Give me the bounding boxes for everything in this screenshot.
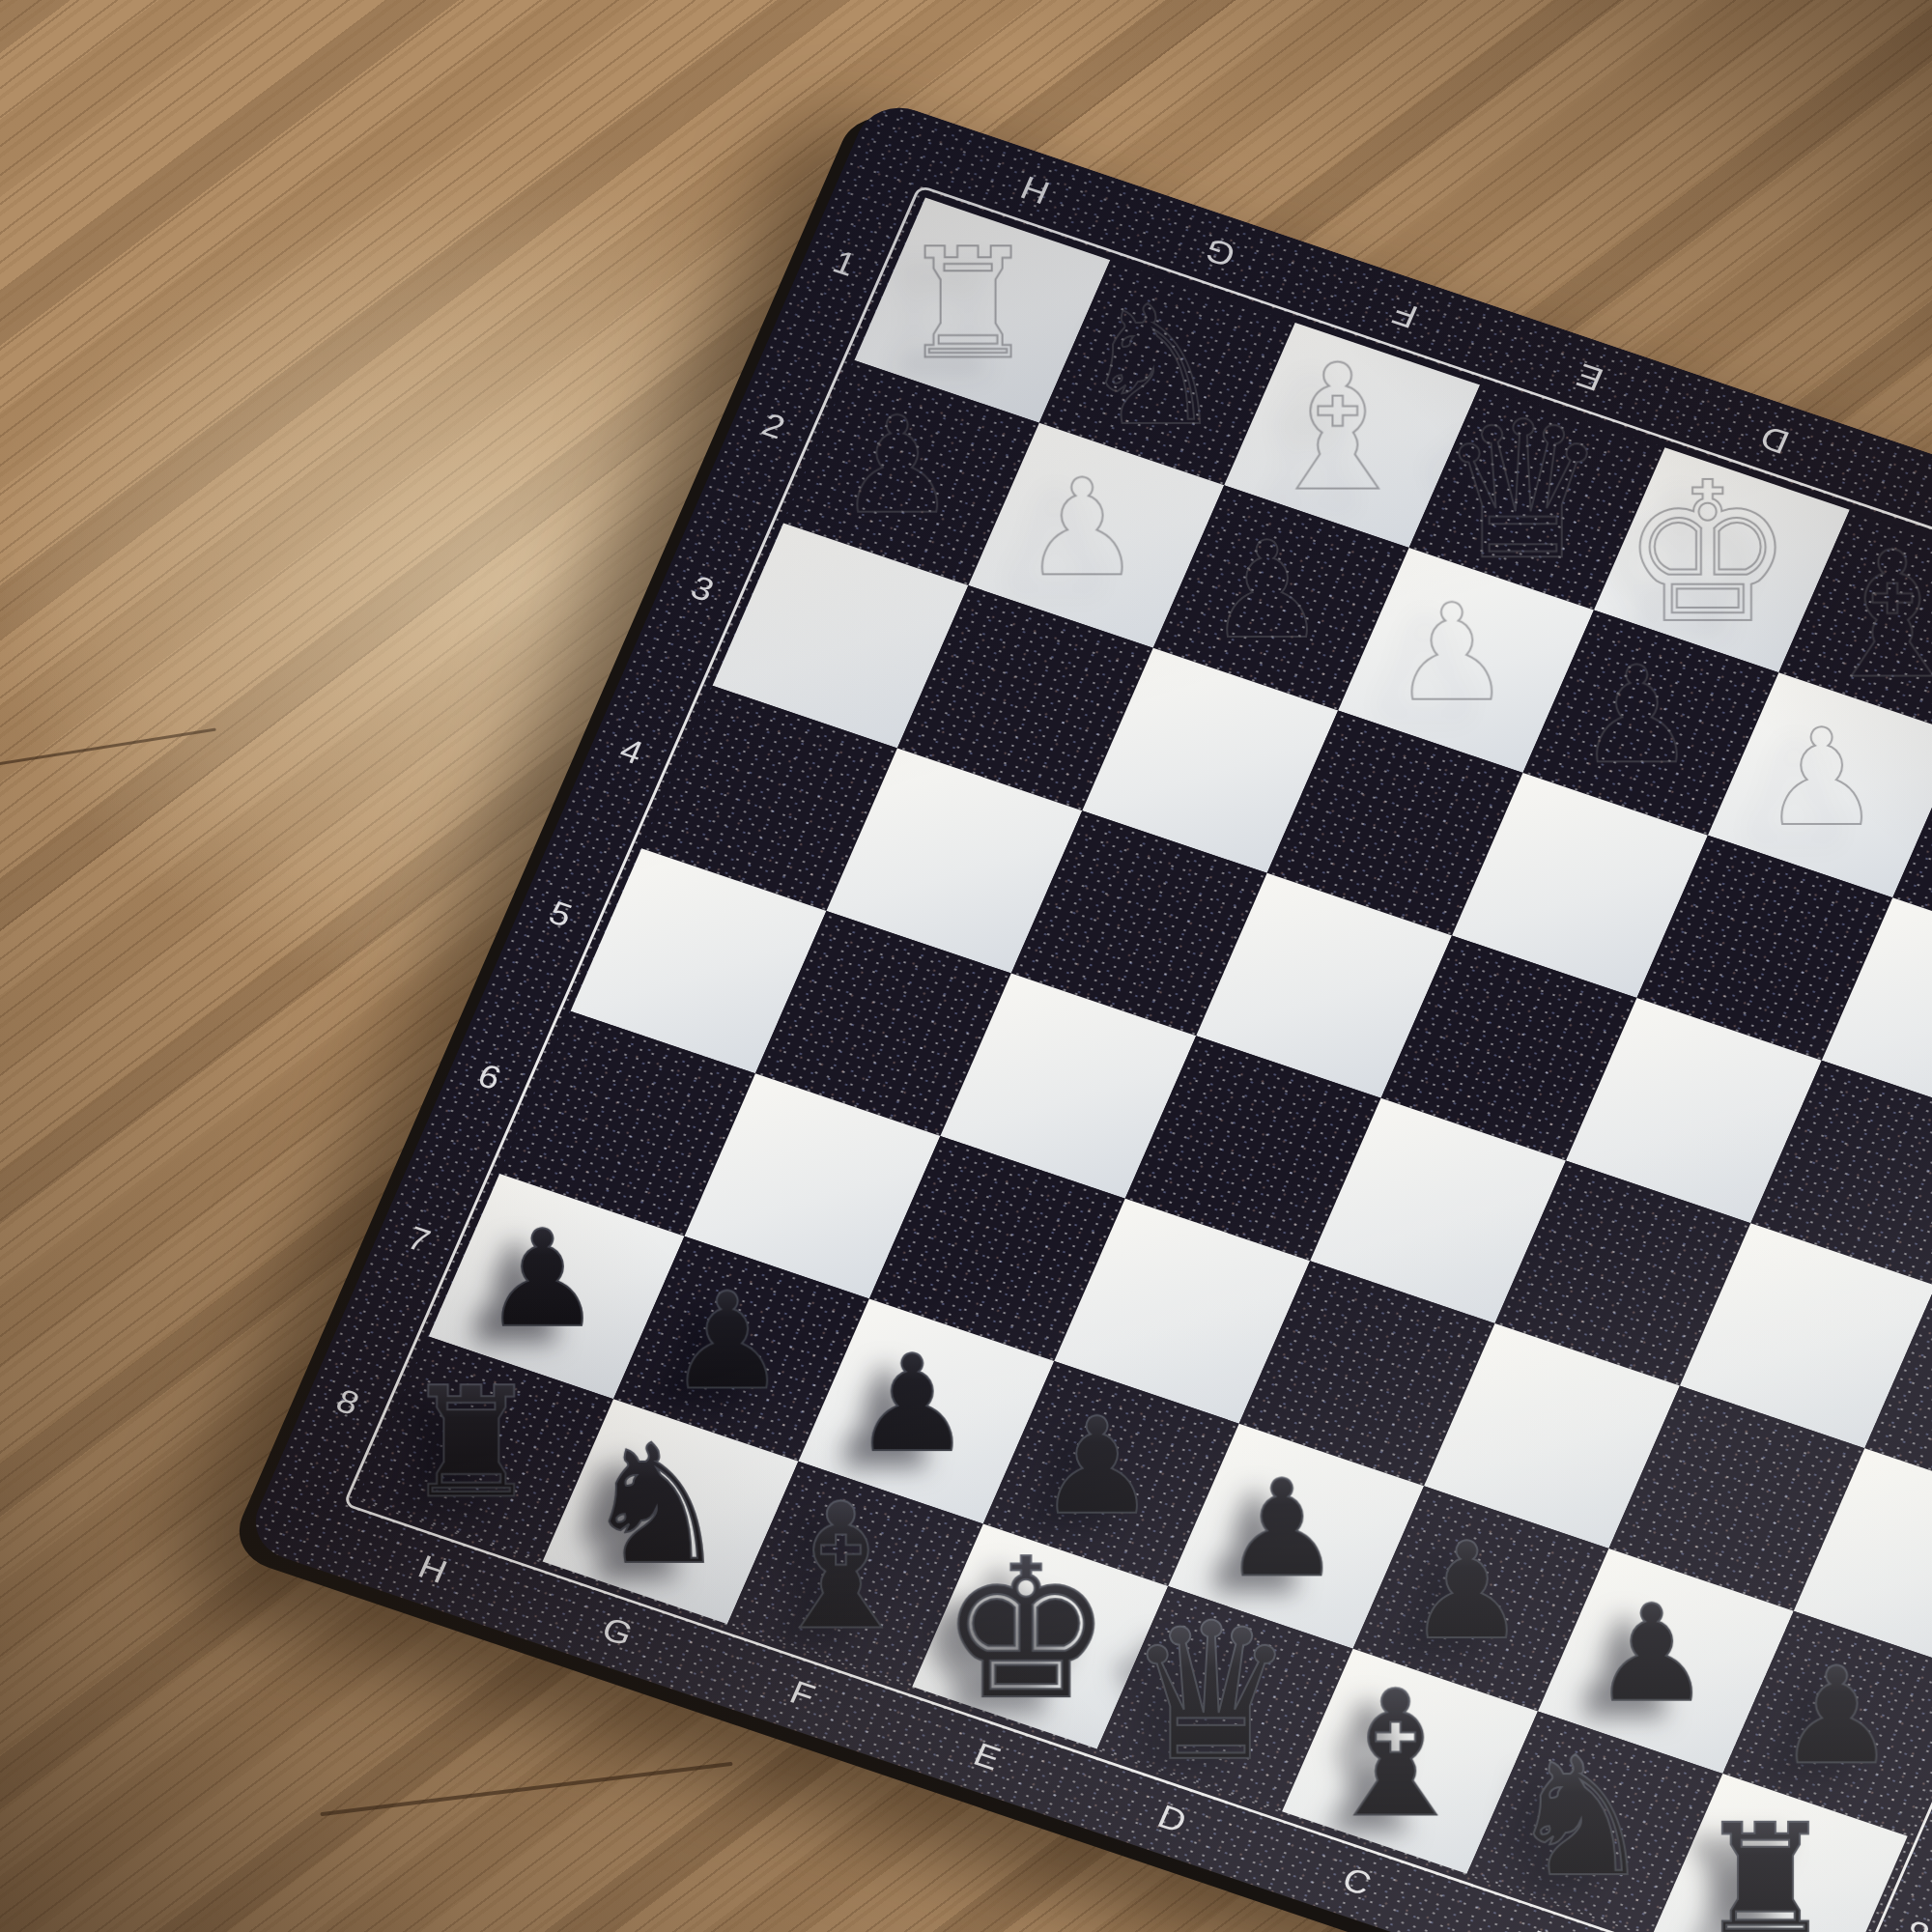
black-bishop-c8: ♝ — [1296, 1655, 1494, 1853]
black-knight-g8: ♞ — [557, 1406, 755, 1604]
white-pawn-d2: ♟ — [1538, 616, 1736, 814]
black-bishop-f8: ♝ — [742, 1468, 940, 1666]
photo-scene: ♜♞♝♛♚♝♞♜♟♟♟♟♟♟♟♟♟♟♟♟♟♟♟♟♜♞♝♚♛♝♞♜ 1234567… — [0, 0, 1932, 1932]
black-rook-a8: ♜ — [1666, 1780, 1864, 1932]
black-king-e8: ♚ — [927, 1530, 1125, 1728]
black-knight-b8: ♞ — [1482, 1718, 1680, 1916]
white-pawn-e2: ♟ — [1352, 554, 1550, 753]
black-queen-d8: ♛ — [1112, 1593, 1310, 1791]
white-pawn-f2: ♟ — [1168, 492, 1366, 690]
white-pawn-c2: ♟ — [1722, 679, 1920, 877]
white-pawn-g2: ♟ — [983, 429, 1181, 627]
